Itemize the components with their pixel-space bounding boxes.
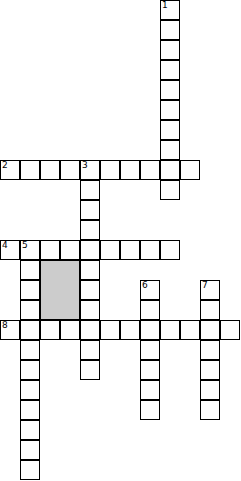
cell-r15c4[interactable] — [80, 300, 100, 320]
clue-number-4: 4 — [2, 241, 8, 250]
cell-r21c1[interactable] — [20, 420, 40, 440]
clue-number-8: 8 — [2, 321, 8, 330]
cell-r11c4[interactable] — [80, 220, 100, 240]
clue-number-6: 6 — [142, 281, 148, 290]
cell-r12c0[interactable]: 4 — [0, 240, 20, 260]
cell-r19c7[interactable] — [140, 380, 160, 400]
cell-r16c7[interactable] — [140, 320, 160, 340]
cell-r22c1[interactable] — [20, 440, 40, 460]
cell-r16c1[interactable] — [20, 320, 40, 340]
cell-r19c10[interactable] — [200, 380, 220, 400]
cell-r12c6[interactable] — [120, 240, 140, 260]
cell-r8c1[interactable] — [20, 160, 40, 180]
cell-r16c11[interactable] — [220, 320, 240, 340]
cell-r15c7[interactable] — [140, 300, 160, 320]
cell-r9c4[interactable] — [80, 180, 100, 200]
cell-r12c7[interactable] — [140, 240, 160, 260]
cell-r18c7[interactable] — [140, 360, 160, 380]
cell-r16c8[interactable] — [160, 320, 180, 340]
cell-r16c4[interactable] — [80, 320, 100, 340]
cell-r9c8[interactable] — [160, 180, 180, 200]
clue-number-3: 3 — [82, 161, 88, 170]
cell-r12c5[interactable] — [100, 240, 120, 260]
shaded-block — [40, 260, 80, 320]
crossword-grid: 12345678 — [0, 0, 240, 480]
cell-r12c4[interactable] — [80, 240, 100, 260]
cell-r12c3[interactable] — [60, 240, 80, 260]
cell-r7c8[interactable] — [160, 140, 180, 160]
cell-r19c1[interactable] — [20, 380, 40, 400]
cell-r8c2[interactable] — [40, 160, 60, 180]
cell-r16c2[interactable] — [40, 320, 60, 340]
cell-r16c6[interactable] — [120, 320, 140, 340]
clue-number-7: 7 — [202, 281, 208, 290]
cell-r23c1[interactable] — [20, 460, 40, 480]
cell-r14c1[interactable] — [20, 280, 40, 300]
cell-r8c9[interactable] — [180, 160, 200, 180]
cell-r13c4[interactable] — [80, 260, 100, 280]
cell-r20c1[interactable] — [20, 400, 40, 420]
cell-r6c8[interactable] — [160, 120, 180, 140]
cell-r8c5[interactable] — [100, 160, 120, 180]
cell-r16c9[interactable] — [180, 320, 200, 340]
cell-r13c1[interactable] — [20, 260, 40, 280]
cell-r16c3[interactable] — [60, 320, 80, 340]
cell-r14c4[interactable] — [80, 280, 100, 300]
crossword-board: 12345678 — [0, 0, 241, 481]
cell-r17c1[interactable] — [20, 340, 40, 360]
cell-r16c0[interactable]: 8 — [0, 320, 20, 340]
cell-r0c8[interactable]: 1 — [160, 0, 180, 20]
cell-r12c2[interactable] — [40, 240, 60, 260]
cell-r8c4[interactable]: 3 — [80, 160, 100, 180]
cell-r2c8[interactable] — [160, 40, 180, 60]
cell-r20c7[interactable] — [140, 400, 160, 420]
cell-r12c8[interactable] — [160, 240, 180, 260]
cell-r15c10[interactable] — [200, 300, 220, 320]
cell-r3c8[interactable] — [160, 60, 180, 80]
cell-r15c1[interactable] — [20, 300, 40, 320]
cell-r18c1[interactable] — [20, 360, 40, 380]
cell-r17c10[interactable] — [200, 340, 220, 360]
cell-r20c10[interactable] — [200, 400, 220, 420]
cell-r1c8[interactable] — [160, 20, 180, 40]
cell-r18c4[interactable] — [80, 360, 100, 380]
cell-r4c8[interactable] — [160, 80, 180, 100]
cell-r8c0[interactable]: 2 — [0, 160, 20, 180]
cell-r17c7[interactable] — [140, 340, 160, 360]
cell-r16c10[interactable] — [200, 320, 220, 340]
cell-r8c3[interactable] — [60, 160, 80, 180]
cell-r8c6[interactable] — [120, 160, 140, 180]
cell-r14c10[interactable]: 7 — [200, 280, 220, 300]
clue-number-1: 1 — [162, 1, 168, 10]
cell-r5c8[interactable] — [160, 100, 180, 120]
cell-r14c7[interactable]: 6 — [140, 280, 160, 300]
cell-r8c7[interactable] — [140, 160, 160, 180]
cell-r10c4[interactable] — [80, 200, 100, 220]
clue-number-2: 2 — [2, 161, 8, 170]
cell-r8c8[interactable] — [160, 160, 180, 180]
cell-r17c4[interactable] — [80, 340, 100, 360]
clue-number-5: 5 — [22, 241, 28, 250]
cell-r16c5[interactable] — [100, 320, 120, 340]
cell-r18c10[interactable] — [200, 360, 220, 380]
cell-r12c1[interactable]: 5 — [20, 240, 40, 260]
